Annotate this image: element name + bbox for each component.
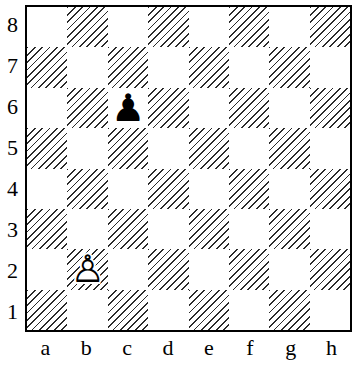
square-h7 (310, 47, 350, 87)
square-e5 (189, 128, 229, 168)
square-d8 (148, 7, 188, 47)
square-b2: ♟♙ (67, 249, 107, 289)
square-e1 (189, 290, 229, 330)
square-g6 (269, 88, 309, 128)
square-d2 (148, 249, 188, 289)
square-f1 (229, 290, 269, 330)
square-a5 (27, 128, 67, 168)
square-a7 (27, 47, 67, 87)
square-g7 (269, 47, 309, 87)
square-f4 (229, 169, 269, 209)
rank-label-7: 7 (0, 46, 25, 87)
file-labels: abcdefgh (25, 332, 352, 363)
square-d7 (148, 47, 188, 87)
square-c5 (108, 128, 148, 168)
white-pawn: ♟♙ (67, 249, 107, 289)
square-f6 (229, 88, 269, 128)
square-f3 (229, 209, 269, 249)
file-label-b: b (66, 332, 107, 363)
square-a3 (27, 209, 67, 249)
square-b3 (67, 209, 107, 249)
square-d5 (148, 128, 188, 168)
square-h8 (310, 7, 350, 47)
file-label-h: h (311, 332, 352, 363)
square-a1 (27, 290, 67, 330)
square-c4 (108, 169, 148, 209)
file-label-e: e (189, 332, 230, 363)
square-f5 (229, 128, 269, 168)
board-grid: ♟♟♙ (25, 5, 352, 332)
square-e3 (189, 209, 229, 249)
square-f8 (229, 7, 269, 47)
square-b5 (67, 128, 107, 168)
rank-label-1: 1 (0, 291, 25, 332)
square-b1 (67, 290, 107, 330)
file-label-a: a (25, 332, 66, 363)
square-c8 (108, 7, 148, 47)
square-c6: ♟ (108, 88, 148, 128)
rank-label-4: 4 (0, 169, 25, 210)
chess-diagram: 87654321 ♟♟♙ abcdefgh (0, 0, 358, 365)
square-d3 (148, 209, 188, 249)
square-c3 (108, 209, 148, 249)
black-pawn-glyph: ♟ (108, 88, 148, 128)
square-c7 (108, 47, 148, 87)
square-a8 (27, 7, 67, 47)
square-b8 (67, 7, 107, 47)
square-g2 (269, 249, 309, 289)
rank-label-8: 8 (0, 5, 25, 46)
white-pawn-glyph: ♙ (67, 249, 107, 289)
square-d4 (148, 169, 188, 209)
rank-label-3: 3 (0, 209, 25, 250)
square-h1 (310, 290, 350, 330)
rank-labels: 87654321 (0, 5, 25, 332)
square-c1 (108, 290, 148, 330)
black-pawn: ♟ (108, 88, 148, 128)
file-label-c: c (107, 332, 148, 363)
square-g1 (269, 290, 309, 330)
square-e4 (189, 169, 229, 209)
square-h4 (310, 169, 350, 209)
square-e2 (189, 249, 229, 289)
square-g4 (269, 169, 309, 209)
rank-label-5: 5 (0, 128, 25, 169)
square-b7 (67, 47, 107, 87)
square-b6 (67, 88, 107, 128)
square-a2 (27, 249, 67, 289)
square-a6 (27, 88, 67, 128)
square-b4 (67, 169, 107, 209)
square-d1 (148, 290, 188, 330)
square-g5 (269, 128, 309, 168)
square-e7 (189, 47, 229, 87)
file-label-g: g (270, 332, 311, 363)
square-h5 (310, 128, 350, 168)
file-label-d: d (148, 332, 189, 363)
square-d6 (148, 88, 188, 128)
square-f2 (229, 249, 269, 289)
square-e6 (189, 88, 229, 128)
square-h3 (310, 209, 350, 249)
square-h6 (310, 88, 350, 128)
square-f7 (229, 47, 269, 87)
rank-label-6: 6 (0, 87, 25, 128)
square-a4 (27, 169, 67, 209)
square-g3 (269, 209, 309, 249)
square-g8 (269, 7, 309, 47)
square-c2 (108, 249, 148, 289)
rank-label-2: 2 (0, 250, 25, 291)
square-h2 (310, 249, 350, 289)
file-label-f: f (229, 332, 270, 363)
square-e8 (189, 7, 229, 47)
